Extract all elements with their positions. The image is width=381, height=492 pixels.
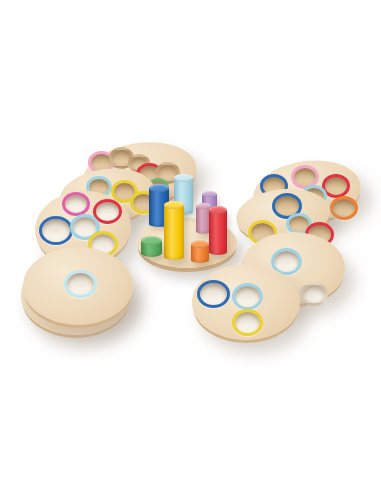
- peg-green-top: [141, 236, 162, 245]
- peg-green[interactable]: [141, 236, 162, 257]
- hole-yellow-ring: [232, 309, 263, 336]
- peg-yellow-top: [164, 201, 184, 209]
- peg-yellow-body: [164, 205, 184, 260]
- peg-orange[interactable]: [191, 240, 209, 263]
- peg-yellow[interactable]: [164, 201, 184, 260]
- hole-dark-blue-ring: [197, 280, 230, 308]
- peg-lilac-top: [202, 191, 217, 197]
- peg-red-top: [209, 206, 227, 214]
- hole-plain: [300, 282, 328, 306]
- peg-orange-top: [191, 240, 209, 248]
- hole-magenta-ring: [62, 192, 90, 216]
- product-photo: [0, 0, 381, 492]
- peg-red-body: [209, 210, 227, 255]
- hole-dark-blue-ring: [39, 216, 73, 245]
- hole-orange-ring: [330, 196, 358, 220]
- peg-light-blue-top: [174, 174, 193, 182]
- peg-dark-blue-top: [149, 184, 169, 192]
- hole-cyan-ring: [232, 283, 263, 310]
- peg-red[interactable]: [209, 206, 227, 255]
- hole-pale-cyan-ring: [64, 270, 97, 298]
- scene-canvas: [0, 0, 381, 492]
